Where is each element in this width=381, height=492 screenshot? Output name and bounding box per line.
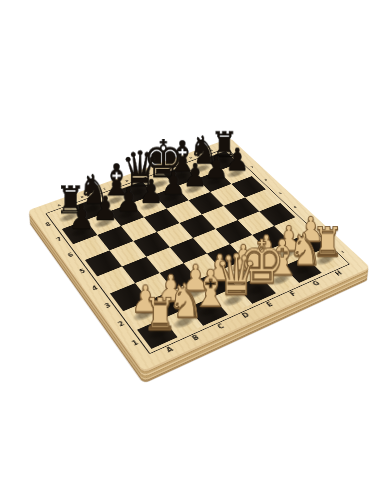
product-photo-background: AABBCCDDEEFFGGHH1122334455667788 ♜♞♝♛♚♝♞… [0, 0, 381, 492]
chess-board[interactable]: AABBCCDDEEFFGGHH1122334455667788 ♜♞♝♛♚♝♞… [28, 138, 371, 371]
piece-white-rook[interactable]: ♜ [138, 292, 180, 336]
pieces-layer: ♜♞♝♛♚♝♞♜♟♟♟♟♟♟♟♟♟♟♟♟♟♟♟♟♜♞♝♛♚♝♞♜ [51, 151, 344, 349]
